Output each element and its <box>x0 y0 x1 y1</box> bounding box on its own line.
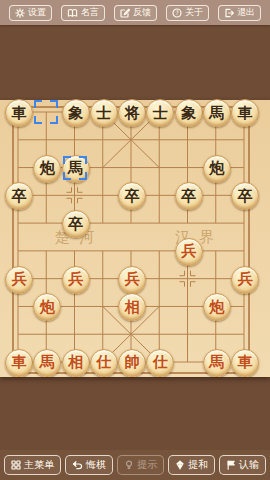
piece-black-卒-f7r3[interactable]: 卒 <box>175 182 203 210</box>
top-toolbar: 设置 名言 反馈 ? 关于 退出 <box>0 0 270 25</box>
piece-red-帥-f5r9[interactable]: 帥 <box>118 349 146 377</box>
piece-red-兵-f5r6[interactable]: 兵 <box>118 266 146 294</box>
main-menu-button[interactable]: 主菜单 <box>4 455 61 475</box>
piece-red-兵-f9r6[interactable]: 兵 <box>231 266 259 294</box>
piece-black-象-f3r0[interactable]: 象 <box>62 99 90 127</box>
settings-button[interactable]: 设置 <box>9 5 52 21</box>
piece-black-馬-f8r0[interactable]: 馬 <box>203 99 231 127</box>
piece-red-兵-f3r6[interactable]: 兵 <box>62 266 90 294</box>
piece-red-馬-f8r9[interactable]: 馬 <box>203 349 231 377</box>
flag-icon <box>226 460 236 470</box>
piece-red-車-f9r9[interactable]: 車 <box>231 349 259 377</box>
piece-red-相-f3r9[interactable]: 相 <box>62 349 90 377</box>
feedback-label: 反馈 <box>133 8 151 17</box>
piece-red-仕-f4r9[interactable]: 仕 <box>90 349 118 377</box>
piece-black-車-f1r0[interactable]: 車 <box>5 99 33 127</box>
exit-button[interactable]: 退出 <box>218 5 261 21</box>
piece-red-車-f1r9[interactable]: 車 <box>5 349 33 377</box>
main-menu-label: 主菜单 <box>24 460 54 470</box>
piece-black-士-f4r0[interactable]: 士 <box>90 99 118 127</box>
xiangqi-board[interactable]: 楚河 汉界 <box>0 100 270 377</box>
piece-black-卒-f3r4[interactable]: 卒 <box>62 210 90 238</box>
piece-black-象-f7r0[interactable]: 象 <box>175 99 203 127</box>
piece-black-将-f5r0[interactable]: 将 <box>118 99 146 127</box>
undo-move-button[interactable]: 悔棋 <box>65 455 113 475</box>
bottom-toolbar: 主菜单 悔棋 提示 提和 认输 <box>0 450 270 480</box>
piece-red-炮-f8r7[interactable]: 炮 <box>203 293 231 321</box>
piece-black-炮-f8r2[interactable]: 炮 <box>203 155 231 183</box>
quotes-button[interactable]: 名言 <box>61 5 105 21</box>
hint-label: 提示 <box>137 460 157 470</box>
piece-black-炮-f2r2[interactable]: 炮 <box>33 155 61 183</box>
about-label: 关于 <box>185 8 203 17</box>
exit-label: 退出 <box>237 8 255 17</box>
draw-gem-icon <box>175 460 185 470</box>
piece-red-兵-f7r5[interactable]: 兵 <box>175 238 203 266</box>
gear-icon <box>15 8 25 18</box>
piece-black-馬-f3r2[interactable]: 馬 <box>62 155 90 183</box>
menu-grid-icon <box>11 460 21 470</box>
resign-label: 认输 <box>239 460 259 470</box>
undo-arrow-icon <box>72 460 83 470</box>
quotes-label: 名言 <box>81 8 99 17</box>
lightbulb-icon <box>124 460 134 470</box>
xiangqi-app: 设置 名言 反馈 ? 关于 退出 <box>0 0 270 480</box>
about-question-icon: ? <box>172 8 182 18</box>
feedback-button[interactable]: 反馈 <box>114 5 157 21</box>
board-grid: 楚河 汉界 <box>0 100 270 377</box>
piece-black-車-f9r0[interactable]: 車 <box>231 99 259 127</box>
hint-button[interactable]: 提示 <box>117 455 164 475</box>
book-icon <box>67 8 78 18</box>
undo-move-label: 悔棋 <box>86 460 106 470</box>
exit-icon <box>224 8 234 18</box>
piece-red-兵-f1r6[interactable]: 兵 <box>5 266 33 294</box>
offer-draw-button[interactable]: 提和 <box>168 455 215 475</box>
about-button[interactable]: ? 关于 <box>166 5 209 21</box>
svg-text:?: ? <box>175 9 178 16</box>
edit-pencil-icon <box>120 8 130 18</box>
settings-label: 设置 <box>28 8 46 17</box>
offer-draw-label: 提和 <box>188 460 208 470</box>
resign-button[interactable]: 认输 <box>219 455 266 475</box>
